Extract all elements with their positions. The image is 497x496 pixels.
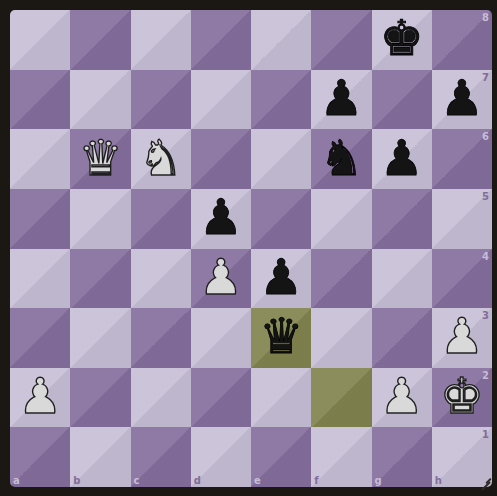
square-f4[interactable] — [311, 249, 371, 309]
white-queen[interactable]: ♛ — [78, 134, 122, 183]
square-e5[interactable] — [251, 189, 311, 249]
square-d1[interactable]: d — [191, 427, 251, 487]
square-g1[interactable]: g — [372, 427, 432, 487]
rank-label-4: 4 — [482, 251, 489, 262]
square-d2[interactable] — [191, 368, 251, 428]
square-c7[interactable] — [131, 70, 191, 130]
file-label-f: f — [314, 475, 318, 486]
square-f2[interactable] — [311, 368, 371, 428]
white-knight[interactable]: ♞ — [139, 134, 183, 183]
chess-board: ♚8♟♟7♛♞♞♟6♟5♟♟4♛♟3♟♟♚2abcdefgh1 — [10, 10, 492, 487]
rank-label-6: 6 — [482, 131, 489, 142]
square-f6[interactable]: ♞ — [311, 129, 371, 189]
square-g2[interactable]: ♟ — [372, 368, 432, 428]
square-c5[interactable] — [131, 189, 191, 249]
white-pawn[interactable]: ♟ — [18, 372, 62, 421]
square-c2[interactable] — [131, 368, 191, 428]
square-b1[interactable]: b — [70, 427, 130, 487]
square-h7[interactable]: ♟7 — [432, 70, 492, 130]
square-h8[interactable]: 8 — [432, 10, 492, 70]
board-resize-handle-icon[interactable] — [480, 477, 492, 489]
file-label-g: g — [375, 475, 382, 486]
square-e2[interactable] — [251, 368, 311, 428]
square-b6[interactable]: ♛ — [70, 129, 130, 189]
square-c3[interactable] — [131, 308, 191, 368]
square-h5[interactable]: 5 — [432, 189, 492, 249]
white-pawn[interactable]: ♟ — [440, 312, 484, 361]
square-e8[interactable] — [251, 10, 311, 70]
square-g5[interactable] — [372, 189, 432, 249]
square-d4[interactable]: ♟ — [191, 249, 251, 309]
square-b5[interactable] — [70, 189, 130, 249]
black-pawn[interactable]: ♟ — [380, 134, 424, 183]
square-h2[interactable]: ♚2 — [432, 368, 492, 428]
square-a3[interactable] — [10, 308, 70, 368]
square-a6[interactable] — [10, 129, 70, 189]
square-d8[interactable] — [191, 10, 251, 70]
file-label-b: b — [73, 475, 80, 486]
square-e1[interactable]: e — [251, 427, 311, 487]
square-a7[interactable] — [10, 70, 70, 130]
square-d7[interactable] — [191, 70, 251, 130]
square-g8[interactable]: ♚ — [372, 10, 432, 70]
square-f3[interactable] — [311, 308, 371, 368]
file-label-h: h — [435, 475, 442, 486]
black-pawn[interactable]: ♟ — [259, 253, 303, 302]
square-c6[interactable]: ♞ — [131, 129, 191, 189]
square-e4[interactable]: ♟ — [251, 249, 311, 309]
black-king[interactable]: ♚ — [380, 14, 424, 63]
square-d5[interactable]: ♟ — [191, 189, 251, 249]
square-e6[interactable] — [251, 129, 311, 189]
square-c1[interactable]: c — [131, 427, 191, 487]
square-d3[interactable] — [191, 308, 251, 368]
square-f7[interactable]: ♟ — [311, 70, 371, 130]
chess-app-window: { "game": "chess", "position": { "fen": … — [0, 0, 497, 496]
rank-label-1: 1 — [482, 429, 489, 440]
square-a1[interactable]: a — [10, 427, 70, 487]
square-a4[interactable] — [10, 249, 70, 309]
square-e3[interactable]: ♛ — [251, 308, 311, 368]
square-b8[interactable] — [70, 10, 130, 70]
square-h6[interactable]: 6 — [432, 129, 492, 189]
rank-label-5: 5 — [482, 191, 489, 202]
square-c8[interactable] — [131, 10, 191, 70]
square-f8[interactable] — [311, 10, 371, 70]
white-pawn[interactable]: ♟ — [199, 253, 243, 302]
square-d6[interactable] — [191, 129, 251, 189]
black-pawn[interactable]: ♟ — [199, 193, 243, 242]
black-pawn[interactable]: ♟ — [319, 74, 363, 123]
square-h3[interactable]: ♟3 — [432, 308, 492, 368]
square-f1[interactable]: f — [311, 427, 371, 487]
square-f5[interactable] — [311, 189, 371, 249]
square-b2[interactable] — [70, 368, 130, 428]
file-label-c: c — [134, 475, 140, 486]
black-knight[interactable]: ♞ — [319, 134, 363, 183]
white-king[interactable]: ♚ — [440, 372, 484, 421]
white-pawn[interactable]: ♟ — [380, 372, 424, 421]
square-b4[interactable] — [70, 249, 130, 309]
square-e7[interactable] — [251, 70, 311, 130]
file-label-d: d — [194, 475, 201, 486]
square-g3[interactable] — [372, 308, 432, 368]
square-a5[interactable] — [10, 189, 70, 249]
file-label-a: a — [13, 475, 20, 486]
black-pawn[interactable]: ♟ — [440, 74, 484, 123]
square-g7[interactable] — [372, 70, 432, 130]
square-c4[interactable] — [131, 249, 191, 309]
square-a2[interactable]: ♟ — [10, 368, 70, 428]
square-b7[interactable] — [70, 70, 130, 130]
square-h4[interactable]: 4 — [432, 249, 492, 309]
square-g6[interactable]: ♟ — [372, 129, 432, 189]
file-label-e: e — [254, 475, 261, 486]
square-a8[interactable] — [10, 10, 70, 70]
square-g4[interactable] — [372, 249, 432, 309]
rank-label-8: 8 — [482, 12, 489, 23]
square-b3[interactable] — [70, 308, 130, 368]
black-queen[interactable]: ♛ — [259, 312, 303, 361]
